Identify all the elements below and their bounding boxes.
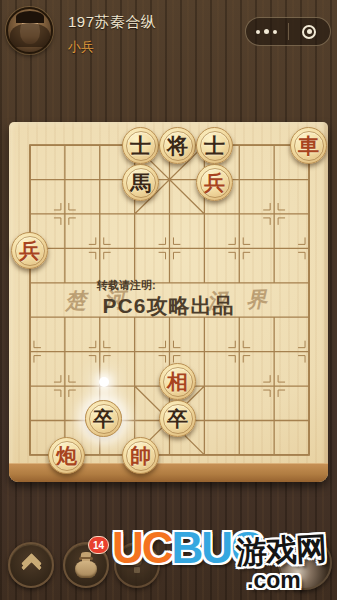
xiangqi-board: 楚河 汉界 转载请注明: PC6攻略出品 士将士車馬兵兵相卒卒炮帥 [9,122,328,482]
intersection-3-4[interactable] [122,269,159,300]
chevron-up-icon [24,556,39,575]
piece-character: 馬 [130,172,151,193]
intersection-5-7[interactable] [196,363,233,400]
piece-black-卒[interactable]: 卒 [159,400,196,437]
intersection-2-5[interactable] [85,301,122,332]
intersection-1-2[interactable] [48,201,85,232]
piece-character: 卒 [167,408,188,429]
piece-red-兵[interactable]: 兵 [196,164,233,201]
header: 197苏秦合纵 小兵 [68,13,157,56]
intersection-7-7[interactable] [262,363,291,400]
more-icon [256,30,260,34]
piece-character: 士 [130,135,151,156]
intersection-0-3[interactable]: 兵 [11,232,48,269]
intersection-2-2[interactable] [85,201,122,232]
intersection-6-3[interactable] [233,232,262,269]
piece-character: 将 [167,135,188,156]
piece-black-士[interactable]: 士 [196,127,233,164]
piece-red-相[interactable]: 相 [159,363,196,400]
intersection-1-3[interactable] [48,232,85,269]
intersection-1-4[interactable] [48,269,85,300]
intersection-3-0[interactable]: 士 [122,127,159,164]
intersection-5-5[interactable] [196,301,233,332]
intersection-8-2[interactable] [290,201,327,232]
intersection-8-0[interactable]: 車 [290,127,327,164]
intersection-0-5[interactable] [11,301,48,332]
piece-black-士[interactable]: 士 [122,127,159,164]
intersection-5-4[interactable] [196,269,233,300]
intersection-8-1[interactable] [290,164,327,201]
intersection-1-9[interactable]: 炮 [48,437,85,474]
piece-character: 相 [167,371,188,392]
intersection-4-5[interactable] [159,301,196,332]
intersection-3-1[interactable]: 馬 [122,164,159,201]
intersection-8-3[interactable] [290,232,327,269]
intersection-2-6[interactable] [85,332,122,363]
piece-character: 兵 [204,172,225,193]
intersection-7-1[interactable] [262,164,291,201]
miniprogram-capsule [245,17,331,46]
intersection-7-8[interactable] [262,400,291,437]
more-button[interactable] [246,18,288,45]
close-button[interactable] [289,18,331,45]
intersection-8-8[interactable] [290,400,327,437]
intersection-8-4[interactable] [290,269,327,300]
intersection-2-4[interactable] [85,269,122,300]
intersection-1-7[interactable] [48,363,85,400]
move-origin-marker[interactable] [99,377,109,387]
intersection-0-2[interactable] [11,201,48,232]
piece-red-帥[interactable]: 帥 [122,437,159,474]
intersection-5-0[interactable]: 士 [196,127,233,164]
piece-black-将[interactable]: 将 [159,127,196,164]
intersection-6-1[interactable] [233,164,262,201]
intersection-6-7[interactable] [233,363,262,400]
intersection-6-4[interactable] [233,269,262,300]
piece-red-炮[interactable]: 炮 [48,437,85,474]
player-avatar [6,7,53,54]
intersection-5-2[interactable] [196,201,233,232]
intersection-6-6[interactable] [233,332,262,363]
intersection-6-5[interactable] [233,301,262,332]
intersection-3-5[interactable] [122,301,159,332]
intersection-5-8[interactable] [196,400,233,437]
money-bag-icon [74,552,98,578]
intersection-5-1[interactable]: 兵 [196,164,233,201]
intersection-3-3[interactable] [122,232,159,269]
intersection-4-2[interactable] [159,201,196,232]
intersection-8-6[interactable] [290,332,327,363]
intersection-1-8[interactable] [48,400,85,437]
player-rank-label: 小兵 [68,38,157,56]
intersection-6-2[interactable] [233,201,262,232]
intersection-2-0[interactable] [85,127,122,164]
expand-menu-button[interactable] [8,542,54,588]
intersection-4-0[interactable]: 将 [159,127,196,164]
intersection-2-8[interactable]: 卒 [85,400,122,437]
intersection-6-8[interactable] [233,400,262,437]
piece-character: 兵 [19,240,40,261]
intersection-4-7[interactable]: 相 [159,363,196,400]
intersection-0-1[interactable] [11,164,48,201]
intersection-4-3[interactable] [159,232,196,269]
piece-black-卒[interactable]: 卒 [85,400,122,437]
piece-character: 士 [204,135,225,156]
piece-red-兵[interactable]: 兵 [11,232,48,269]
piece-character: 車 [298,135,319,156]
more-icon [273,30,277,34]
intersection-3-7[interactable] [122,363,159,400]
intersection-2-1[interactable] [85,164,122,201]
intersection-3-9[interactable]: 帥 [122,437,159,474]
intersection-5-6[interactable] [196,332,233,363]
intersection-0-6[interactable] [11,332,48,363]
piece-character: 帥 [130,445,151,466]
intersection-4-4[interactable] [159,269,196,300]
piece-red-車[interactable]: 車 [290,127,327,164]
intersection-3-8[interactable] [122,400,159,437]
intersection-8-7[interactable] [290,363,327,400]
intersection-7-6[interactable] [262,332,291,363]
coins-badge: 14 [88,536,109,554]
intersection-1-5[interactable] [48,301,85,332]
page-title: 197苏秦合纵 [68,13,157,32]
intersection-8-5[interactable] [290,301,327,332]
site-watermark-com: .com [247,567,301,594]
intersection-0-4[interactable] [11,269,48,300]
intersection-1-1[interactable] [48,164,85,201]
intersection-3-6[interactable] [122,332,159,363]
app-window: 197苏秦合纵 小兵 楚河 汉界 转载请注明: PC6攻略出品 士将士車馬兵兵相… [0,0,337,600]
intersection-1-6[interactable] [48,332,85,363]
watermark-uc: UC [112,523,172,572]
intersection-6-0[interactable] [233,127,262,164]
intersection-3-2[interactable] [122,201,159,232]
intersection-7-2[interactable] [262,201,291,232]
board-intersections: 士将士車馬兵兵相卒卒炮帥 [11,127,327,474]
intersection-1-0[interactable] [48,127,85,164]
close-icon [302,25,316,39]
intersection-7-4[interactable] [262,269,291,300]
piece-character: 卒 [93,408,114,429]
intersection-7-3[interactable] [262,232,291,269]
intersection-7-5[interactable] [262,301,291,332]
intersection-0-7[interactable] [11,363,48,400]
intersection-0-0[interactable] [11,127,48,164]
intersection-0-8[interactable] [11,400,48,437]
piece-character: 炮 [56,445,77,466]
intersection-2-3[interactable] [85,232,122,269]
more-icon [264,29,269,34]
intersection-7-0[interactable] [262,127,291,164]
intersection-4-8[interactable]: 卒 [159,400,196,437]
intersection-4-1[interactable] [159,164,196,201]
intersection-5-3[interactable] [196,232,233,269]
intersection-4-6[interactable] [159,332,196,363]
intersection-2-7[interactable] [85,363,122,400]
piece-black-馬[interactable]: 馬 [122,164,159,201]
